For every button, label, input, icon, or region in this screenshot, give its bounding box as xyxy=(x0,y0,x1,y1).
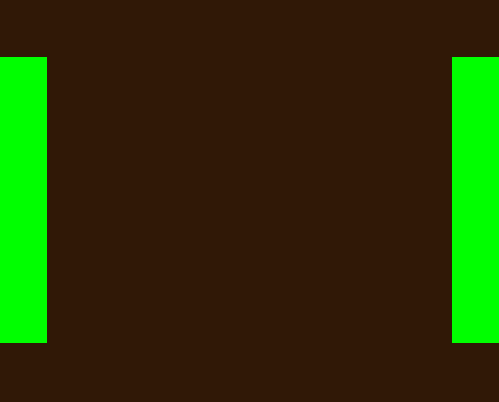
left-side-panel xyxy=(0,57,47,343)
white-back-rank xyxy=(3,345,495,397)
black-back-rank xyxy=(3,3,495,55)
right-side-panel xyxy=(452,57,499,343)
chess-variant-board-window xyxy=(0,0,499,402)
board-middle xyxy=(53,55,445,345)
